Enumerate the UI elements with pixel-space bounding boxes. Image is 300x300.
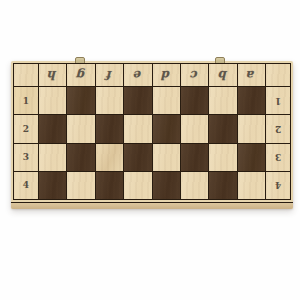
- file-label-g-text: g: [77, 69, 85, 81]
- square-g3[interactable]: [67, 144, 94, 171]
- file-label-h: h: [39, 64, 66, 86]
- rank-label-left-2-text: 2: [23, 124, 29, 134]
- square-e3[interactable]: [124, 144, 151, 171]
- chessboard: hgfedcba11223344: [11, 61, 293, 209]
- square-c3[interactable]: [181, 144, 208, 171]
- square-h4[interactable]: [39, 172, 66, 199]
- rank-label-right-4-text: 4: [275, 180, 281, 190]
- board-face: hgfedcba11223344: [11, 61, 293, 209]
- file-label-c-text: c: [191, 69, 198, 81]
- square-h1[interactable]: [39, 87, 66, 114]
- rank-label-left-4-text: 4: [23, 180, 29, 190]
- file-label-f: f: [96, 64, 123, 86]
- square-a1[interactable]: [238, 87, 265, 114]
- file-label-f-text: f: [107, 69, 112, 81]
- square-h2[interactable]: [39, 115, 66, 142]
- rank-label-left-3-text: 3: [23, 152, 29, 162]
- rank-label-right-1-text: 1: [275, 96, 281, 106]
- square-a4[interactable]: [238, 172, 265, 199]
- square-a2[interactable]: [238, 115, 265, 142]
- square-f1[interactable]: [96, 87, 123, 114]
- rank-label-right-1: 1: [266, 87, 290, 114]
- square-a3[interactable]: [238, 144, 265, 171]
- rank-label-left-1-text: 1: [23, 96, 29, 106]
- square-f3[interactable]: [96, 144, 123, 171]
- square-b1[interactable]: [209, 87, 236, 114]
- file-label-d-text: d: [162, 69, 170, 81]
- rank-label-left-1: 1: [14, 87, 38, 114]
- file-label-e-text: e: [134, 69, 142, 81]
- corner-cell-top-left: [14, 64, 38, 86]
- file-label-g: g: [67, 64, 94, 86]
- square-e1[interactable]: [124, 87, 151, 114]
- rank-label-right-3: 3: [266, 144, 290, 171]
- file-label-b: b: [209, 64, 236, 86]
- file-label-a: a: [238, 64, 265, 86]
- rank-label-right-4: 4: [266, 172, 290, 199]
- rank-label-right-2-text: 2: [275, 124, 281, 134]
- file-label-e: e: [124, 64, 151, 86]
- square-g4[interactable]: [67, 172, 94, 199]
- square-c1[interactable]: [181, 87, 208, 114]
- square-h3[interactable]: [39, 144, 66, 171]
- corner-cell-top-right: [266, 64, 290, 86]
- square-g2[interactable]: [67, 115, 94, 142]
- square-c4[interactable]: [181, 172, 208, 199]
- rank-label-left-2: 2: [14, 115, 38, 142]
- rank-label-left-3: 3: [14, 144, 38, 171]
- square-f2[interactable]: [96, 115, 123, 142]
- file-label-a-text: a: [247, 69, 255, 81]
- rank-label-right-2: 2: [266, 115, 290, 142]
- square-d1[interactable]: [153, 87, 180, 114]
- rank-label-right-3-text: 3: [275, 152, 281, 162]
- square-c2[interactable]: [181, 115, 208, 142]
- square-e4[interactable]: [124, 172, 151, 199]
- file-label-h-text: h: [48, 69, 57, 81]
- photo-background: hgfedcba11223344: [0, 0, 300, 300]
- board-grid: hgfedcba11223344: [13, 63, 291, 200]
- file-label-c: c: [181, 64, 208, 86]
- square-b3[interactable]: [209, 144, 236, 171]
- square-d2[interactable]: [153, 115, 180, 142]
- square-g1[interactable]: [67, 87, 94, 114]
- rank-label-left-4: 4: [14, 172, 38, 199]
- board-bottom-edge: [11, 202, 293, 209]
- square-d3[interactable]: [153, 144, 180, 171]
- square-b2[interactable]: [209, 115, 236, 142]
- file-label-d: d: [153, 64, 180, 86]
- square-f4[interactable]: [96, 172, 123, 199]
- file-label-b-text: b: [219, 69, 227, 81]
- square-d4[interactable]: [153, 172, 180, 199]
- square-e2[interactable]: [124, 115, 151, 142]
- square-b4[interactable]: [209, 172, 236, 199]
